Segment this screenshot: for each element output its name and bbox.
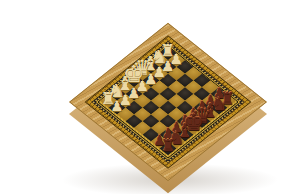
board-gold-marquetry-band [85,35,252,169]
board-outer-wood-frame [69,23,267,181]
board-squares-grid [97,45,238,158]
chess-board [69,23,267,181]
chess-set-photo: ♜♞♝♛♚♝♞♜♟♟♟♟♟♟♟♟♟♟♟♟♟♟♟♟♜♞♝♛♚♝♞♜ [0,0,290,194]
